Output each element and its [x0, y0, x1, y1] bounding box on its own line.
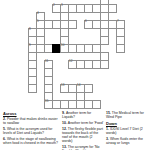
- crossword-grid: 123456789101112131415: [0, 0, 150, 112]
- clue-column-left: Across2. Powder that makes drinks easier…: [3, 111, 59, 147]
- grid-cell[interactable]: [100, 60, 109, 69]
- clue-column-middle: 9. Another term for Liquids?10. Another …: [62, 111, 104, 150]
- cell-number: 13: [61, 84, 64, 87]
- across-clue-10: 10. Another term for 'Food': [62, 121, 104, 125]
- cell-number: 2: [53, 4, 55, 7]
- cell-number: 3: [61, 4, 63, 7]
- cell-number: 5: [37, 20, 39, 23]
- cell-number: 8: [29, 28, 31, 31]
- grid-cell[interactable]: [68, 20, 77, 29]
- cell-number: 15: [45, 100, 48, 103]
- down-header: Down: [106, 121, 148, 126]
- across-header: Across: [3, 111, 59, 116]
- cell-number: 14: [77, 84, 80, 87]
- across-clue-13: 13. The acronym for 'No Food by Mouth': [62, 145, 104, 150]
- across-clue-2: 2. Powder that makes drinks easier to sw…: [3, 117, 59, 125]
- clue-column-right: 15. The Medical term for Wind PipeDown1.…: [106, 111, 148, 147]
- clue-area: Across2. Powder that makes drinks easier…: [0, 111, 150, 150]
- crossword-page: 123456789101112131415 Across2. Powder th…: [0, 0, 150, 150]
- grid-cell[interactable]: [84, 84, 93, 93]
- cell-number: 7: [117, 20, 119, 23]
- cell-number: 9: [29, 44, 31, 47]
- grid-cell[interactable]: [116, 44, 125, 53]
- down-clue-1: 1. IDDSI Level 7 Diet (2 words): [106, 127, 148, 135]
- across-clue-5: 5. What is the acronym used for levels o…: [3, 127, 59, 135]
- cell-number: 10: [61, 44, 64, 47]
- across-clue-15: 15. The Medical term for Wind Pipe: [106, 111, 148, 119]
- across-clue-9: 9. Another term for Liquids?: [62, 111, 104, 119]
- grid-cell[interactable]: [100, 36, 109, 45]
- cell-number: 6: [85, 20, 87, 23]
- cell-number: 11: [45, 60, 48, 63]
- down-clue-3: 3. When fluids enter the airway or lungs: [106, 137, 148, 145]
- cell-number: 4: [37, 12, 39, 15]
- grid-cell[interactable]: [92, 100, 101, 109]
- across-clue-12: 12. The fleshy flexible part towards the…: [62, 127, 104, 144]
- cell-number: 12: [69, 60, 72, 63]
- grid-cell[interactable]: [28, 84, 37, 93]
- grid-cell[interactable]: [108, 4, 117, 13]
- across-clue-6: 6. What is the stage of swallowing when …: [3, 137, 59, 145]
